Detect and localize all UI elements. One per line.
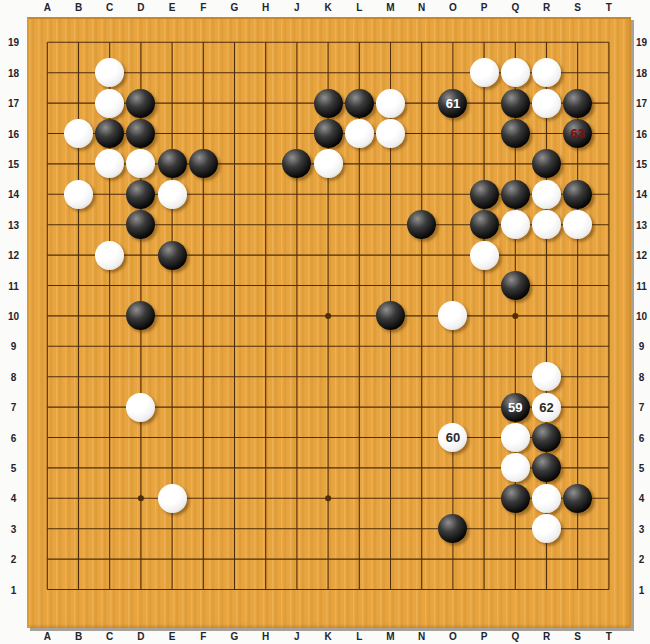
black-stone-O3[interactable] bbox=[438, 514, 467, 543]
white-stone-R4[interactable] bbox=[532, 484, 561, 513]
white-stone-C17[interactable] bbox=[95, 89, 124, 118]
black-stone-Q16[interactable] bbox=[501, 119, 530, 148]
black-stone-P14[interactable] bbox=[470, 180, 499, 209]
black-stone-M10[interactable] bbox=[376, 301, 405, 330]
black-stone-D17[interactable] bbox=[126, 89, 155, 118]
white-stone-D7[interactable] bbox=[126, 393, 155, 422]
white-stone-Q18[interactable] bbox=[501, 58, 530, 87]
move-number: 62 bbox=[539, 401, 553, 414]
black-stone-P13[interactable] bbox=[470, 210, 499, 239]
white-stone-Q5[interactable] bbox=[501, 453, 530, 482]
white-stone-P18[interactable] bbox=[470, 58, 499, 87]
black-stone-K17[interactable] bbox=[314, 89, 343, 118]
white-stone-B16[interactable] bbox=[64, 119, 93, 148]
white-stone-O6[interactable]: 60 bbox=[438, 423, 467, 452]
black-stone-D16[interactable] bbox=[126, 119, 155, 148]
white-stone-R17[interactable] bbox=[532, 89, 561, 118]
black-stone-S14[interactable] bbox=[563, 180, 592, 209]
white-stone-B14[interactable] bbox=[64, 180, 93, 209]
white-stone-E14[interactable] bbox=[158, 180, 187, 209]
white-stone-S13[interactable] bbox=[563, 210, 592, 239]
white-stone-C15[interactable] bbox=[95, 149, 124, 178]
black-stone-S16[interactable]: 63 bbox=[563, 119, 592, 148]
stones-layer: 6163596260 bbox=[0, 0, 650, 644]
black-stone-C16[interactable] bbox=[95, 119, 124, 148]
black-stone-Q7[interactable]: 59 bbox=[501, 393, 530, 422]
move-number: 63 bbox=[570, 127, 584, 140]
black-stone-O17[interactable]: 61 bbox=[438, 89, 467, 118]
black-stone-Q17[interactable] bbox=[501, 89, 530, 118]
white-stone-K15[interactable] bbox=[314, 149, 343, 178]
black-stone-E15[interactable] bbox=[158, 149, 187, 178]
black-stone-N13[interactable] bbox=[407, 210, 436, 239]
black-stone-Q4[interactable] bbox=[501, 484, 530, 513]
white-stone-O10[interactable] bbox=[438, 301, 467, 330]
black-stone-J15[interactable] bbox=[282, 149, 311, 178]
black-stone-Q11[interactable] bbox=[501, 271, 530, 300]
white-stone-R13[interactable] bbox=[532, 210, 561, 239]
black-stone-L17[interactable] bbox=[345, 89, 374, 118]
white-stone-Q6[interactable] bbox=[501, 423, 530, 452]
white-stone-C18[interactable] bbox=[95, 58, 124, 87]
go-diagram: ABCDEFGHJKLMNOPQRST ABCDEFGHJKLMNOPQRST … bbox=[0, 0, 650, 644]
white-stone-R14[interactable] bbox=[532, 180, 561, 209]
black-stone-K16[interactable] bbox=[314, 119, 343, 148]
black-stone-Q14[interactable] bbox=[501, 180, 530, 209]
move-number: 61 bbox=[446, 97, 460, 110]
black-stone-E12[interactable] bbox=[158, 241, 187, 270]
black-stone-S17[interactable] bbox=[563, 89, 592, 118]
black-stone-S4[interactable] bbox=[563, 484, 592, 513]
white-stone-R18[interactable] bbox=[532, 58, 561, 87]
white-stone-Q13[interactable] bbox=[501, 210, 530, 239]
white-stone-R7[interactable]: 62 bbox=[532, 393, 561, 422]
black-stone-F15[interactable] bbox=[189, 149, 218, 178]
white-stone-M16[interactable] bbox=[376, 119, 405, 148]
white-stone-C12[interactable] bbox=[95, 241, 124, 270]
black-stone-D13[interactable] bbox=[126, 210, 155, 239]
white-stone-R3[interactable] bbox=[532, 514, 561, 543]
white-stone-E4[interactable] bbox=[158, 484, 187, 513]
black-stone-R6[interactable] bbox=[532, 423, 561, 452]
white-stone-R8[interactable] bbox=[532, 362, 561, 391]
white-stone-L16[interactable] bbox=[345, 119, 374, 148]
white-stone-M17[interactable] bbox=[376, 89, 405, 118]
black-stone-D14[interactable] bbox=[126, 180, 155, 209]
move-number: 60 bbox=[446, 431, 460, 444]
black-stone-R15[interactable] bbox=[532, 149, 561, 178]
white-stone-P12[interactable] bbox=[470, 241, 499, 270]
white-stone-D15[interactable] bbox=[126, 149, 155, 178]
move-number: 59 bbox=[508, 401, 522, 414]
black-stone-R5[interactable] bbox=[532, 453, 561, 482]
black-stone-D10[interactable] bbox=[126, 301, 155, 330]
